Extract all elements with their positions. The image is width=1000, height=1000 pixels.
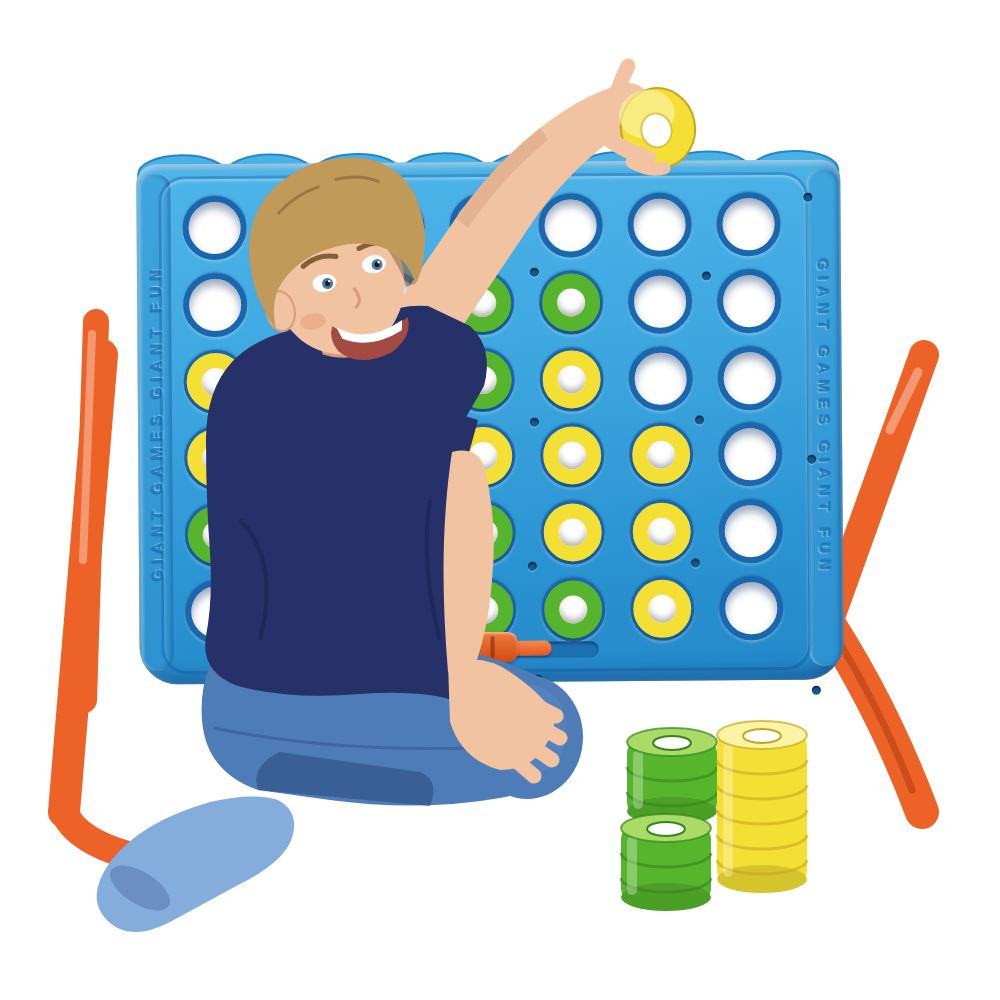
sock <box>97 796 295 932</box>
yellow-stack <box>717 721 807 893</box>
green-front-stack <box>621 814 711 911</box>
player-figure <box>0 0 1000 1000</box>
floor-disc-stacks <box>621 721 807 911</box>
product-photo-scene: GIANT GAMES GIANT FUN GIANT GAMES GIANT … <box>0 0 1000 1000</box>
near-arm <box>444 451 561 776</box>
green-back-stack <box>627 728 717 825</box>
curled-finger <box>632 162 664 169</box>
t-shirt <box>205 306 487 700</box>
